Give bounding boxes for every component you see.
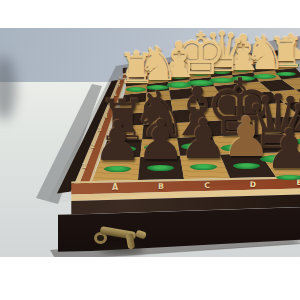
felt-base-d1: [233, 163, 259, 169]
felt-base-b7: [146, 85, 169, 90]
brass-clasp: [94, 223, 150, 255]
felt-base-d2: [221, 144, 259, 152]
felt-base-a2: [109, 146, 136, 152]
file-label-E: E: [296, 180, 300, 188]
felt-base-f7: [231, 76, 255, 81]
felt-base-e8: [213, 70, 230, 74]
felt-base-g7: [253, 74, 276, 79]
felt-base-b1: [147, 165, 173, 171]
white-band-top: [0, 0, 300, 28]
felt-base-c1: [190, 164, 216, 170]
clasp-tip: [135, 230, 147, 240]
felt-base-h7: [276, 72, 296, 76]
felt-base-c2: [181, 143, 213, 150]
white-band-bottom: [0, 257, 300, 300]
felt-base-c8: [171, 75, 188, 79]
felt-base-a7: [126, 87, 146, 91]
chessboard: ABCDEFGH12345678♟♟♟♟♟♟♟♟♜♞♝♚♛♝♞♜♜♞♝♚♛♝♞♜…: [0, 0, 300, 300]
felt-base-f8: [234, 68, 251, 72]
chess-set-product-photo: ABCDEFGH12345678♟♟♟♟♟♟♟♟♜♞♝♚♛♝♞♜♜♞♝♚♛♝♞♜…: [0, 0, 300, 300]
felt-base-c7: [167, 82, 191, 87]
